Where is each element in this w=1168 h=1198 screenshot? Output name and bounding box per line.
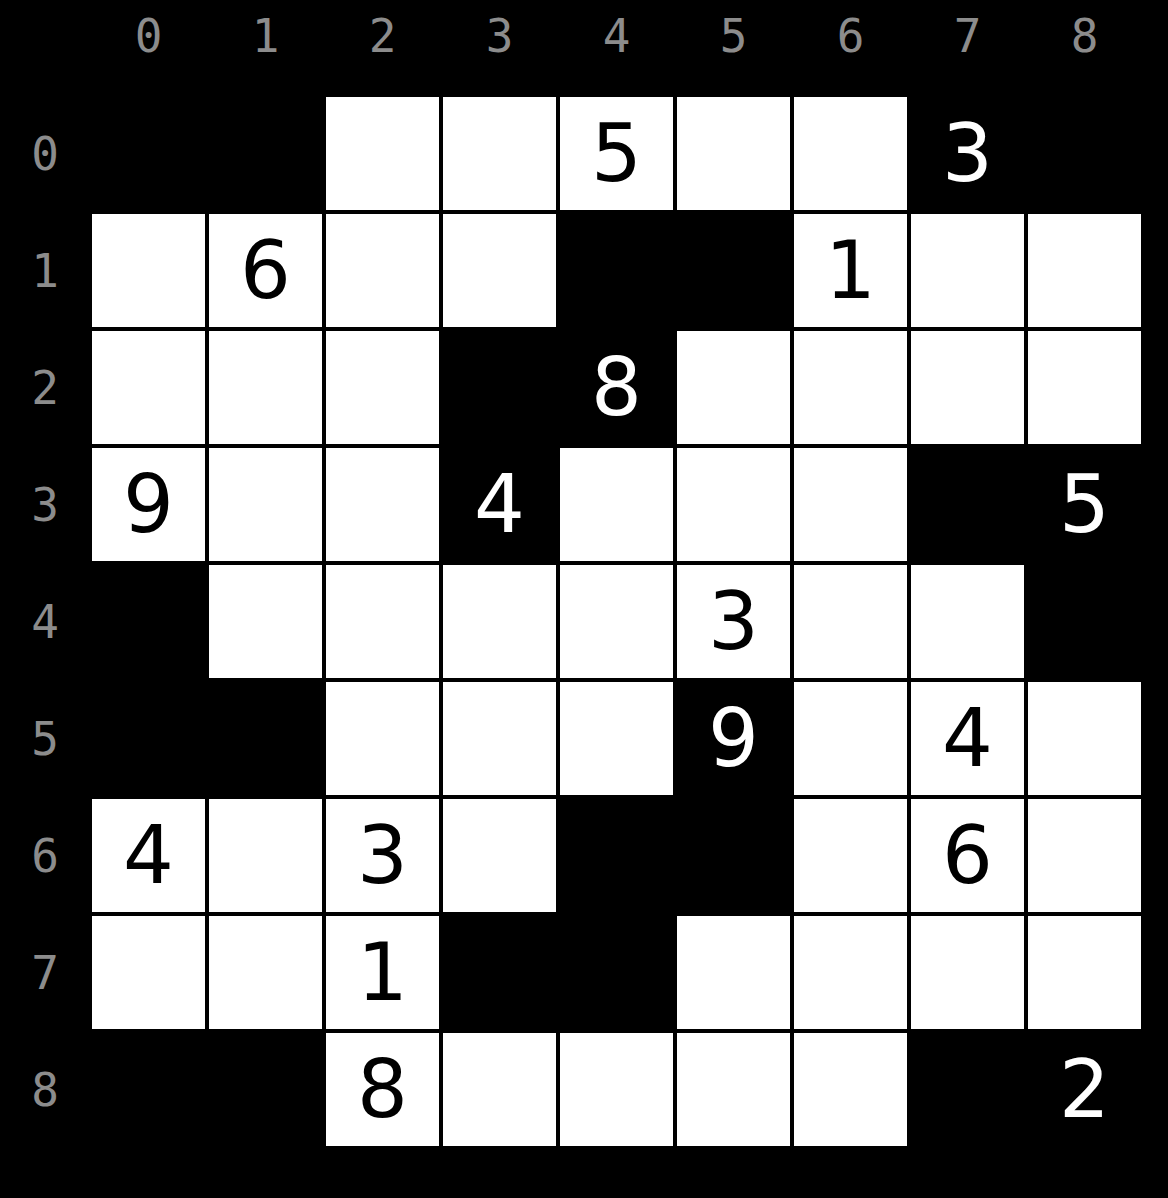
cell-r0c5[interactable] [675,95,792,212]
row-label-6: 6 [31,833,59,879]
cell-r4c8-blocked [1026,563,1143,680]
cell-r7c1[interactable] [207,914,324,1031]
column-label-3: 3 [486,13,514,59]
cell-r4c2[interactable] [324,563,441,680]
cell-digit: 2 [1059,1050,1110,1130]
cell-digit: 5 [1059,465,1110,545]
row-labels: 012345678 [0,95,90,1148]
cell-r7c3-blocked [441,914,558,1031]
cell-digit: 1 [825,231,876,311]
cell-r7c0[interactable] [90,914,207,1031]
cell-r3c0[interactable]: 9 [90,446,207,563]
cell-r5c7[interactable]: 4 [909,680,1026,797]
cell-digit: 5 [591,114,642,194]
cell-r1c1[interactable]: 6 [207,212,324,329]
cell-r4c3[interactable] [441,563,558,680]
row-label-4: 4 [31,599,59,645]
row-label-3: 3 [31,482,59,528]
cell-r2c3-blocked [441,329,558,446]
cell-r2c2[interactable] [324,329,441,446]
column-labels: 012345678 [90,0,1143,72]
cell-digit: 9 [708,699,759,779]
cell-r6c7[interactable]: 6 [909,797,1026,914]
cell-r1c2[interactable] [324,212,441,329]
cell-r0c6[interactable] [792,95,909,212]
row-label-7: 7 [31,950,59,996]
cell-r4c4[interactable] [558,563,675,680]
cell-r0c4[interactable]: 5 [558,95,675,212]
cell-r5c4[interactable] [558,680,675,797]
cell-r7c6[interactable] [792,914,909,1031]
puzzle-grid: 53618945394436182 [90,95,1143,1148]
cell-r7c5[interactable] [675,914,792,1031]
cell-r5c0-blocked [90,680,207,797]
cell-r6c1[interactable] [207,797,324,914]
cell-digit: 6 [942,816,993,896]
cell-r5c1-blocked [207,680,324,797]
cell-r1c8[interactable] [1026,212,1143,329]
cell-r6c3[interactable] [441,797,558,914]
cell-r8c8-blocked: 2 [1026,1031,1143,1148]
cell-r3c5[interactable] [675,446,792,563]
column-label-0: 0 [135,13,163,59]
cell-r7c2[interactable]: 1 [324,914,441,1031]
cell-r4c5[interactable]: 3 [675,563,792,680]
cell-digit: 3 [942,114,993,194]
cell-r3c4[interactable] [558,446,675,563]
cell-r4c0-blocked [90,563,207,680]
cell-r3c3-blocked: 4 [441,446,558,563]
cell-r2c1[interactable] [207,329,324,446]
cell-r5c6[interactable] [792,680,909,797]
column-label-1: 1 [252,13,280,59]
cell-r8c2[interactable]: 8 [324,1031,441,1148]
cell-r8c7-blocked [909,1031,1026,1148]
cell-r6c2[interactable]: 3 [324,797,441,914]
row-label-5: 5 [31,716,59,762]
cell-r5c2[interactable] [324,680,441,797]
cell-r2c6[interactable] [792,329,909,446]
cell-r8c4[interactable] [558,1031,675,1148]
cell-digit: 3 [708,582,759,662]
cell-r2c4-blocked: 8 [558,329,675,446]
cell-r2c7[interactable] [909,329,1026,446]
cell-r4c1[interactable] [207,563,324,680]
cell-r3c2[interactable] [324,446,441,563]
row-label-0: 0 [31,131,59,177]
cell-digit: 4 [123,816,174,896]
cell-digit: 4 [474,465,525,545]
column-label-8: 8 [1071,13,1099,59]
cell-r1c0[interactable] [90,212,207,329]
column-label-5: 5 [720,13,748,59]
cell-r8c6[interactable] [792,1031,909,1148]
cell-digit: 9 [123,465,174,545]
cell-r3c6[interactable] [792,446,909,563]
cell-digit: 3 [357,816,408,896]
cell-r7c8[interactable] [1026,914,1143,1031]
cell-r3c8-blocked: 5 [1026,446,1143,563]
row-label-1: 1 [31,248,59,294]
cell-r3c7-blocked [909,446,1026,563]
cell-r6c5-blocked [675,797,792,914]
cell-r6c0[interactable]: 4 [90,797,207,914]
cell-r3c1[interactable] [207,446,324,563]
cell-digit: 4 [942,699,993,779]
cell-r5c5-blocked: 9 [675,680,792,797]
cell-r0c2[interactable] [324,95,441,212]
cell-digit: 1 [357,933,408,1013]
cell-r6c4-blocked [558,797,675,914]
cell-r2c0[interactable] [90,329,207,446]
cell-digit: 6 [240,231,291,311]
row-label-2: 2 [31,365,59,411]
cell-r5c8[interactable] [1026,680,1143,797]
cell-r2c8[interactable] [1026,329,1143,446]
cell-r6c6[interactable] [792,797,909,914]
cell-r1c7[interactable] [909,212,1026,329]
cell-r8c0-blocked [90,1031,207,1148]
cell-r2c5[interactable] [675,329,792,446]
cell-r0c3[interactable] [441,95,558,212]
column-label-4: 4 [603,13,631,59]
cell-digit: 8 [591,348,642,428]
cell-r1c6[interactable]: 1 [792,212,909,329]
cell-r0c1-blocked [207,95,324,212]
cell-r8c3[interactable] [441,1031,558,1148]
cell-r8c5[interactable] [675,1031,792,1148]
cell-r0c8-blocked [1026,95,1143,212]
cell-r7c7[interactable] [909,914,1026,1031]
cell-r4c7[interactable] [909,563,1026,680]
column-label-6: 6 [837,13,865,59]
column-label-7: 7 [954,13,982,59]
cell-r4c6[interactable] [792,563,909,680]
cell-r8c1-blocked [207,1031,324,1148]
cell-r6c8[interactable] [1026,797,1143,914]
cell-r1c5-blocked [675,212,792,329]
column-label-2: 2 [369,13,397,59]
row-label-8: 8 [31,1067,59,1113]
cell-r0c7-blocked: 3 [909,95,1026,212]
cell-r5c3[interactable] [441,680,558,797]
cell-r1c4-blocked [558,212,675,329]
puzzle-screenshot: 012345678 012345678 53618945394436182 [0,0,1168,1198]
cell-r1c3[interactable] [441,212,558,329]
cell-r7c4-blocked [558,914,675,1031]
cell-digit: 8 [357,1050,408,1130]
cell-r0c0-blocked [90,95,207,212]
